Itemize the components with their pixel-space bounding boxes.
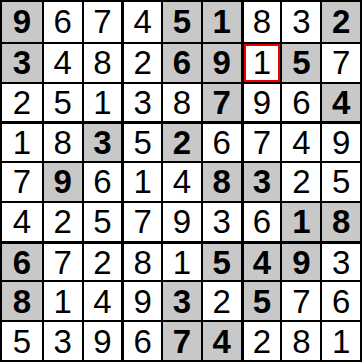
cell-r5c3[interactable]: 6 [82, 161, 122, 201]
cell-r4c8[interactable]: 4 [280, 121, 320, 161]
cell-r9c8[interactable]: 8 [280, 320, 320, 360]
cell-r4c2[interactable]: 8 [42, 121, 82, 161]
cell-r7c4[interactable]: 8 [121, 241, 161, 281]
cell-r8c3[interactable]: 4 [82, 280, 122, 320]
cell-r4c5[interactable]: 2 [161, 121, 201, 161]
cell-r5c2[interactable]: 9 [42, 161, 82, 201]
cell-r1c1[interactable]: 9 [2, 2, 42, 42]
cell-r7c7[interactable]: 4 [241, 241, 281, 281]
cell-r9c1[interactable]: 5 [2, 320, 42, 360]
cell-r9c9[interactable]: 1 [320, 320, 360, 360]
cell-r6c9[interactable]: 8 [320, 201, 360, 241]
cell-r1c4[interactable]: 4 [121, 2, 161, 42]
cell-r3c2[interactable]: 5 [42, 82, 82, 122]
cell-r6c5[interactable]: 9 [161, 201, 201, 241]
cell-r3c6[interactable]: 7 [201, 82, 241, 122]
cell-r7c1[interactable]: 6 [2, 241, 42, 281]
cell-r7c2[interactable]: 7 [42, 241, 82, 281]
cell-r1c6[interactable]: 1 [201, 2, 241, 42]
cell-r8c7[interactable]: 5 [241, 280, 281, 320]
cell-r4c7[interactable]: 7 [241, 121, 281, 161]
cell-r6c8[interactable]: 1 [280, 201, 320, 241]
cell-r6c7[interactable]: 6 [241, 201, 281, 241]
cell-r4c3[interactable]: 3 [82, 121, 122, 161]
cell-r9c5[interactable]: 7 [161, 320, 201, 360]
cell-r2c1[interactable]: 3 [2, 42, 42, 82]
cell-r6c1[interactable]: 4 [2, 201, 42, 241]
cell-r3c9[interactable]: 4 [320, 82, 360, 122]
cell-r6c2[interactable]: 2 [42, 201, 82, 241]
sudoku-board: 9674518323482691572513879641835267497961… [0, 0, 362, 362]
cell-r2c7[interactable]: 1 [241, 42, 281, 82]
cell-r1c7[interactable]: 8 [241, 2, 281, 42]
cell-r2c8[interactable]: 5 [280, 42, 320, 82]
cell-r5c1[interactable]: 7 [2, 161, 42, 201]
cell-r8c1[interactable]: 8 [2, 280, 42, 320]
cell-r6c4[interactable]: 7 [121, 201, 161, 241]
cell-r1c9[interactable]: 2 [320, 2, 360, 42]
cell-r8c5[interactable]: 3 [161, 280, 201, 320]
cell-r3c4[interactable]: 3 [121, 82, 161, 122]
cell-r4c9[interactable]: 9 [320, 121, 360, 161]
cell-r2c5[interactable]: 6 [161, 42, 201, 82]
cell-r5c5[interactable]: 4 [161, 161, 201, 201]
cell-r3c3[interactable]: 1 [82, 82, 122, 122]
cell-r8c9[interactable]: 6 [320, 280, 360, 320]
cell-r9c6[interactable]: 4 [201, 320, 241, 360]
cell-r5c9[interactable]: 5 [320, 161, 360, 201]
cell-r7c9[interactable]: 3 [320, 241, 360, 281]
cell-r4c4[interactable]: 5 [121, 121, 161, 161]
cell-r6c6[interactable]: 3 [201, 201, 241, 241]
cell-r7c5[interactable]: 1 [161, 241, 201, 281]
cell-r7c6[interactable]: 5 [201, 241, 241, 281]
cell-r7c8[interactable]: 9 [280, 241, 320, 281]
cell-r3c5[interactable]: 8 [161, 82, 201, 122]
cell-r8c8[interactable]: 7 [280, 280, 320, 320]
cell-r9c3[interactable]: 9 [82, 320, 122, 360]
cell-r8c6[interactable]: 2 [201, 280, 241, 320]
cell-r2c3[interactable]: 8 [82, 42, 122, 82]
cell-r1c2[interactable]: 6 [42, 2, 82, 42]
cell-r2c2[interactable]: 4 [42, 42, 82, 82]
cell-r2c9[interactable]: 7 [320, 42, 360, 82]
cell-r1c5[interactable]: 5 [161, 2, 201, 42]
cell-r8c2[interactable]: 1 [42, 280, 82, 320]
cell-r5c7[interactable]: 3 [241, 161, 281, 201]
cell-r3c1[interactable]: 2 [2, 82, 42, 122]
cell-r9c4[interactable]: 6 [121, 320, 161, 360]
cell-r3c7[interactable]: 9 [241, 82, 281, 122]
cell-r2c6[interactable]: 9 [201, 42, 241, 82]
cell-r1c3[interactable]: 7 [82, 2, 122, 42]
cell-r4c6[interactable]: 6 [201, 121, 241, 161]
cell-r5c6[interactable]: 8 [201, 161, 241, 201]
cell-r4c1[interactable]: 1 [2, 121, 42, 161]
cell-r9c2[interactable]: 3 [42, 320, 82, 360]
cell-r5c4[interactable]: 1 [121, 161, 161, 201]
cell-r2c4[interactable]: 2 [121, 42, 161, 82]
cell-r5c8[interactable]: 2 [280, 161, 320, 201]
cell-r9c7[interactable]: 2 [241, 320, 281, 360]
cell-r8c4[interactable]: 9 [121, 280, 161, 320]
cell-r7c3[interactable]: 2 [82, 241, 122, 281]
cell-r3c8[interactable]: 6 [280, 82, 320, 122]
cell-r6c3[interactable]: 5 [82, 201, 122, 241]
cell-r1c8[interactable]: 3 [280, 2, 320, 42]
